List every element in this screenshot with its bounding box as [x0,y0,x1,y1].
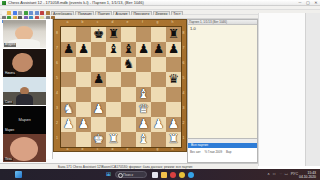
table-header-cell: Вес авт [188,150,203,155]
square-c8[interactable]: ♚ [91,27,106,42]
key-icon[interactable] [179,172,185,178]
table-header-cell: % Глав 2009 [203,150,224,155]
square-h8[interactable]: ♜ [166,27,181,42]
square-f2[interactable]: ♟ [136,117,151,132]
white-rook[interactable]: ♜ [106,132,121,147]
square-e7[interactable]: ♝ [121,42,136,57]
square-e1[interactable] [121,132,136,147]
square-c7[interactable] [91,42,106,57]
folder-icon[interactable] [161,172,167,178]
square-a5[interactable] [61,72,76,87]
square-h3[interactable] [166,102,181,117]
square-a2[interactable]: ♟ [61,117,76,132]
square-h5[interactable]: ♛ [166,72,181,87]
webcam-tile[interactable]: Никита [3,49,46,77]
participant-name-label: Никита [4,72,16,76]
file-label: f [135,20,150,25]
file-label: a [60,20,75,25]
webcam-tile[interactable]: Андрей [3,20,46,48]
rank-label: 3 [55,101,60,116]
new-icon[interactable] [2,11,6,15]
square-b8[interactable] [76,27,91,42]
clock-date: 04.10.2020 [299,175,316,179]
chat-icon[interactable] [152,172,158,178]
square-d1[interactable]: ♜ [106,132,121,147]
rank-labels-left: 87654321 [55,26,60,146]
rank-label: 8 [55,26,60,41]
zoom-side-panel[interactable] [305,13,320,166]
square-f8[interactable] [136,27,151,42]
white-rook[interactable]: ♜ [166,132,181,147]
start-button[interactable]: ⊞ [105,171,112,178]
square-c6[interactable] [91,57,106,72]
tray-language[interactable]: РУС [291,169,298,180]
file-label: d [105,20,120,25]
notation-panel: Партия 1, 1/1/13 (Вет 1046) 1-0 Вес авт%… [187,19,258,163]
black-bishop[interactable]: ♝ [106,42,121,57]
square-f4[interactable]: ♝ [136,87,151,102]
notation-selected-row[interactable]: Вся партия [188,143,257,148]
participant-face [11,51,34,73]
square-g5[interactable] [151,72,166,87]
square-g3[interactable] [151,102,166,117]
white-pawn[interactable]: ♟ [136,117,151,132]
rank-label: 4 [55,86,60,101]
participant-name-label: Соня [4,101,13,105]
black-pawn[interactable]: ♟ [91,72,106,87]
white-king[interactable]: ♚ [91,132,106,147]
square-d7[interactable]: ♝ [106,42,121,57]
black-pawn[interactable]: ♟ [151,42,166,57]
taskbar-search[interactable]: Поиск [115,171,147,178]
rank-label: 1 [55,131,60,146]
square-e8[interactable] [121,27,136,42]
square-b4[interactable] [76,87,91,102]
save-icon[interactable] [13,11,17,15]
square-e2[interactable] [121,117,136,132]
edge-icon[interactable] [188,172,194,178]
open-icon[interactable] [7,11,11,15]
square-g6[interactable] [151,57,166,72]
black-rook[interactable]: ♜ [106,27,121,42]
widgets-icon[interactable] [15,171,22,178]
search-placeholder: Поиск [123,172,133,178]
tray-icon[interactable]: ▭ [285,169,288,180]
square-c4[interactable] [91,87,106,102]
notation-body[interactable]: 1-0 [188,25,257,138]
square-g8[interactable] [151,27,166,42]
square-d5[interactable] [106,72,121,87]
square-g4[interactable] [151,87,166,102]
square-f1[interactable]: ♝ [136,132,151,147]
file-label: h [165,20,180,25]
square-a6[interactable] [61,57,76,72]
white-pawn[interactable]: ♟ [91,102,106,117]
square-b6[interactable] [76,57,91,72]
webcam-tile[interactable]: Соня [3,77,46,105]
square-b3[interactable] [76,102,91,117]
square-c5[interactable]: ♟ [91,72,106,87]
square-f6[interactable] [136,57,151,72]
filter-icon[interactable] [24,11,28,15]
square-g7[interactable]: ♟ [151,42,166,57]
square-h1[interactable]: ♜ [166,132,181,147]
white-bishop[interactable]: ♝ [136,87,151,102]
black-rook[interactable]: ♜ [166,27,181,42]
board-grid: ♚♜♜♟♟♝♝♟♟♟♞♟♛♝♞♟♛♟♟♟♟♟♚♜♝♜ [60,26,182,148]
board-icon[interactable] [46,11,50,15]
black-king[interactable]: ♚ [91,27,106,42]
participant-body [16,94,33,105]
square-e3[interactable] [121,102,136,117]
square-b5[interactable] [76,72,91,87]
tray-icon[interactable]: ∧ [267,169,270,180]
white-pawn[interactable]: ♟ [76,117,91,132]
app-icon [2,1,6,5]
white-pawn[interactable]: ♟ [166,117,181,132]
square-c1[interactable]: ♚ [91,132,106,147]
file-label: g [150,20,165,25]
white-queen[interactable]: ♛ [136,102,151,117]
square-f5[interactable] [136,72,151,87]
selected-row-label: Вся партия [188,143,257,148]
square-g2[interactable]: ♟ [151,117,166,132]
white-pawn[interactable]: ♟ [61,117,76,132]
rank-label: 6 [55,56,60,71]
square-h6[interactable] [166,57,181,72]
file-label: e [120,20,135,25]
rank-label: 5 [55,71,60,86]
square-d6[interactable] [106,57,121,72]
webcam-tile[interactable]: МарияМария [3,106,46,134]
white-pawn[interactable]: ♟ [151,117,166,132]
book-icon[interactable] [40,11,44,15]
print-icon[interactable] [18,11,22,15]
file-label: b [75,20,90,25]
square-b7[interactable]: ♟ [76,42,91,57]
square-f3[interactable]: ♛ [136,102,151,117]
square-a4[interactable] [61,87,76,102]
black-pawn[interactable]: ♟ [76,42,91,57]
black-bishop[interactable]: ♝ [121,42,136,57]
square-h7[interactable]: ♟ [166,42,181,57]
file-label: c [90,20,105,25]
webcam-tile[interactable]: Лёва [3,134,46,162]
taskbar: ⊞ Поиск ∧⚏◌▭ РУС 15:43 04.10.2020 [0,169,320,180]
square-c2[interactable] [91,117,106,132]
square-a1[interactable] [61,132,76,147]
record-icon[interactable] [170,172,176,178]
square-a3[interactable]: ♞ [61,102,76,117]
square-e5[interactable] [121,72,136,87]
square-b2[interactable]: ♟ [76,117,91,132]
black-pawn[interactable]: ♟ [136,42,151,57]
tray-icon[interactable]: ⚏ [273,169,276,180]
square-d2[interactable] [106,117,121,132]
square-d8[interactable]: ♜ [106,27,121,42]
forward-icon[interactable] [35,11,39,15]
table-header-cell: Вар [224,150,233,155]
square-a7[interactable]: ♟ [61,42,76,57]
square-b1[interactable] [76,132,91,147]
back-icon[interactable] [29,11,33,15]
participant-name-centered: Мария [3,117,46,122]
square-c3[interactable]: ♟ [91,102,106,117]
black-pawn[interactable]: ♟ [166,42,181,57]
square-g1[interactable] [151,132,166,147]
rank-label: 2 [55,116,60,131]
black-queen[interactable]: ♛ [166,72,181,87]
game-result-text: 1-0 [190,26,196,31]
white-knight[interactable]: ♞ [61,102,76,117]
square-a8[interactable] [61,27,76,42]
chess-board: abcdefgh abcdefgh 87654321 87654321 ♚♜♜♟… [53,19,187,152]
white-bishop[interactable]: ♝ [136,132,151,147]
square-h4[interactable] [166,87,181,102]
square-h2[interactable]: ♟ [166,117,181,132]
square-d3[interactable] [106,102,121,117]
participant-name-label: Лёва [4,158,13,162]
rank-label: 7 [55,41,60,56]
taskbar-clock[interactable]: 15:43 04.10.2020 [299,171,316,179]
square-e6[interactable]: ♞ [121,57,136,72]
file-labels-top: abcdefgh [60,20,180,25]
tray-icon[interactable]: ◌ [280,169,282,180]
participant-face [10,137,38,161]
square-d4[interactable] [106,87,121,102]
participant-name-label: Мария [4,129,15,133]
black-pawn[interactable]: ♟ [61,42,76,57]
black-knight[interactable]: ♞ [121,57,136,72]
square-f7[interactable]: ♟ [136,42,151,57]
participant-name-label: Андрей [4,43,16,47]
square-e4[interactable] [121,87,136,102]
